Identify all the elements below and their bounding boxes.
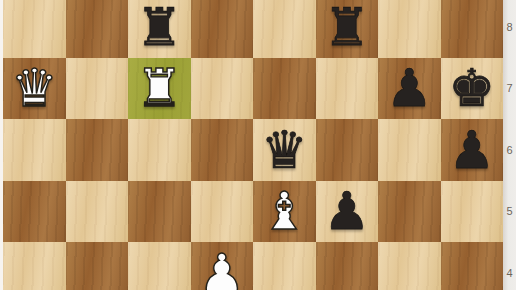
rank-label-4: 4 [503, 266, 516, 280]
square-e6[interactable]: ♛ [253, 119, 316, 181]
square-a8[interactable] [3, 0, 66, 58]
piece-white-pawn-d4[interactable]: ♟ [191, 242, 254, 290]
square-b6[interactable] [66, 119, 129, 181]
square-h5[interactable] [441, 181, 504, 243]
rank-label-5: 5 [503, 204, 516, 218]
square-g8[interactable] [378, 0, 441, 58]
square-d7[interactable] [191, 58, 254, 120]
piece-white-bishop-e5[interactable]: ♝ [253, 181, 316, 243]
square-e4[interactable] [253, 242, 316, 290]
piece-black-rook-c8[interactable]: ♜ [128, 0, 191, 58]
square-a6[interactable] [3, 119, 66, 181]
square-f5[interactable]: ♟ [316, 181, 379, 243]
rank-label-7: 7 [503, 81, 516, 95]
square-e8[interactable] [253, 0, 316, 58]
rank-label-strip: 87654 [503, 0, 516, 290]
square-h6[interactable]: ♟ [441, 119, 504, 181]
square-d8[interactable] [191, 0, 254, 58]
square-a4[interactable] [3, 242, 66, 290]
square-f8[interactable]: ♜ [316, 0, 379, 58]
square-c7[interactable]: ♜ [128, 58, 191, 120]
piece-black-king-h7[interactable]: ♚ [441, 58, 504, 120]
square-e7[interactable] [253, 58, 316, 120]
rank-label-6: 6 [503, 143, 516, 157]
square-f4[interactable] [316, 242, 379, 290]
piece-black-pawn-h6[interactable]: ♟ [441, 119, 504, 181]
square-d4[interactable]: ♟ [191, 242, 254, 290]
square-h8[interactable] [441, 0, 504, 58]
square-g4[interactable] [378, 242, 441, 290]
piece-white-queen-a7[interactable]: ♛ [3, 58, 66, 120]
square-g5[interactable] [378, 181, 441, 243]
chess-app-screen: ♜♜♛♜♟♚♛♟♝♟♟ 87654 [0, 0, 516, 290]
square-f7[interactable] [316, 58, 379, 120]
piece-black-queen-e6[interactable]: ♛ [253, 119, 316, 181]
rank-label-8: 8 [503, 20, 516, 34]
square-c5[interactable] [128, 181, 191, 243]
square-b4[interactable] [66, 242, 129, 290]
piece-black-pawn-f5[interactable]: ♟ [316, 181, 379, 243]
square-f6[interactable] [316, 119, 379, 181]
piece-black-rook-f8[interactable]: ♜ [316, 0, 379, 58]
piece-black-pawn-g7[interactable]: ♟ [378, 58, 441, 120]
square-g6[interactable] [378, 119, 441, 181]
square-b8[interactable] [66, 0, 129, 58]
square-d5[interactable] [191, 181, 254, 243]
square-e5[interactable]: ♝ [253, 181, 316, 243]
square-a5[interactable] [3, 181, 66, 243]
chess-board: ♜♜♛♜♟♚♛♟♝♟♟ [3, 0, 503, 290]
square-d6[interactable] [191, 119, 254, 181]
square-c8[interactable]: ♜ [128, 0, 191, 58]
square-c6[interactable] [128, 119, 191, 181]
piece-white-rook-c7[interactable]: ♜ [128, 58, 191, 120]
square-c4[interactable] [128, 242, 191, 290]
square-h4[interactable] [441, 242, 504, 290]
square-h7[interactable]: ♚ [441, 58, 504, 120]
square-a7[interactable]: ♛ [3, 58, 66, 120]
square-b7[interactable] [66, 58, 129, 120]
square-g7[interactable]: ♟ [378, 58, 441, 120]
square-b5[interactable] [66, 181, 129, 243]
